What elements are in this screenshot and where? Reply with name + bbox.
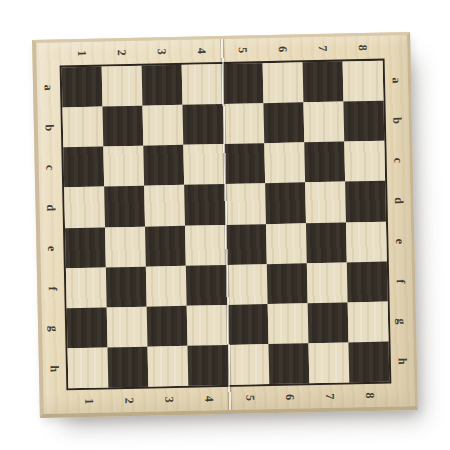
rank-label-5-top: 5: [230, 30, 254, 71]
square-d7[interactable]: [305, 182, 346, 223]
file-label-b-right: b: [377, 109, 418, 133]
file-label-a-right: a: [376, 69, 417, 93]
square-d6[interactable]: [265, 183, 306, 224]
file-label-b-left: b: [29, 116, 70, 140]
file-label-g-right: g: [381, 309, 422, 333]
square-d4[interactable]: [185, 184, 226, 225]
rank-label-3-top: 3: [150, 31, 174, 72]
square-e5[interactable]: [225, 224, 266, 265]
rank-label-4-top: 4: [190, 31, 214, 72]
square-g7[interactable]: [307, 302, 348, 343]
square-f3[interactable]: [146, 265, 187, 306]
square-g5[interactable]: [227, 304, 268, 345]
file-label-h-left: h: [34, 357, 75, 381]
file-label-e-right: e: [380, 229, 421, 253]
rank-label-7-top: 7: [310, 28, 334, 69]
square-e6[interactable]: [266, 223, 307, 264]
rank-label-8-top: 8: [350, 27, 374, 68]
file-label-a-left: a: [28, 76, 69, 100]
rank-label-2-top: 2: [110, 32, 134, 73]
rank-label-6-top: 6: [270, 29, 294, 70]
square-c6[interactable]: [264, 143, 305, 184]
square-g2[interactable]: [107, 306, 148, 347]
file-label-h-right: h: [382, 349, 423, 373]
rank-label-1-bottom: 1: [77, 381, 101, 422]
square-b3[interactable]: [143, 105, 184, 146]
rank-label-6-bottom: 6: [277, 377, 301, 418]
square-c4[interactable]: [184, 144, 225, 185]
square-b6[interactable]: [263, 102, 304, 143]
file-label-g-left: g: [33, 317, 74, 341]
square-b4[interactable]: [183, 104, 224, 145]
square-d3[interactable]: [144, 185, 185, 226]
square-f5[interactable]: [226, 264, 267, 305]
square-f7[interactable]: [307, 262, 348, 303]
rank-label-3-bottom: 3: [157, 379, 181, 420]
square-g6[interactable]: [267, 303, 308, 344]
file-label-c-left: c: [30, 156, 71, 180]
file-label-e-left: e: [32, 236, 73, 260]
square-f4[interactable]: [186, 265, 227, 306]
square-c5[interactable]: [224, 143, 265, 184]
chess-board: 12345678 12345678 abcdefgh abcdefgh: [32, 32, 418, 418]
square-b2[interactable]: [103, 106, 144, 147]
square-c3[interactable]: [144, 145, 185, 186]
rank-label-7-bottom: 7: [318, 376, 342, 417]
square-d5[interactable]: [225, 184, 266, 225]
file-label-d-left: d: [31, 196, 72, 220]
rank-label-8-bottom: 8: [358, 375, 382, 416]
square-c7[interactable]: [304, 142, 345, 183]
square-b7[interactable]: [303, 102, 344, 143]
square-e4[interactable]: [185, 224, 226, 265]
square-g4[interactable]: [187, 305, 228, 346]
file-label-d-right: d: [379, 189, 420, 213]
file-labels-left: abcdefgh: [37, 67, 67, 388]
rank-label-4-bottom: 4: [197, 379, 221, 420]
square-d2[interactable]: [104, 186, 145, 227]
square-e2[interactable]: [105, 226, 146, 267]
square-e7[interactable]: [306, 222, 347, 263]
square-b5[interactable]: [223, 103, 264, 144]
file-label-c-right: c: [378, 149, 419, 173]
square-f2[interactable]: [106, 266, 147, 307]
file-label-f-left: f: [32, 276, 73, 300]
square-e3[interactable]: [145, 225, 186, 266]
rank-label-5-bottom: 5: [237, 378, 261, 419]
rank-label-2-bottom: 2: [117, 380, 141, 421]
square-c2[interactable]: [103, 146, 144, 187]
file-label-f-right: f: [380, 269, 421, 293]
photo-background: 12345678 12345678 abcdefgh abcdefgh: [0, 0, 450, 450]
square-g3[interactable]: [147, 306, 188, 347]
rank-label-1-top: 1: [70, 33, 94, 74]
square-f6[interactable]: [266, 263, 307, 304]
